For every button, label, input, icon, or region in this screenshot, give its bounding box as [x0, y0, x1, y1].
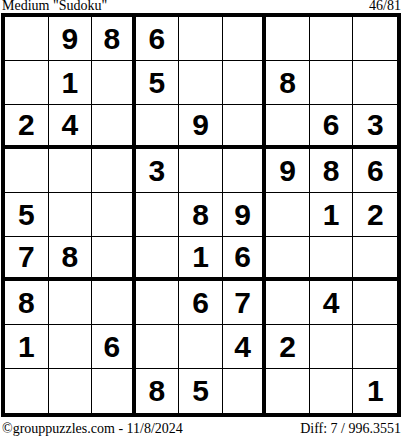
cell-r7c1: 8	[5, 281, 49, 325]
cell-r8c8[interactable]	[310, 325, 354, 369]
cell-r5c6: 9	[223, 193, 267, 237]
cell-r5c7[interactable]	[266, 193, 310, 237]
cell-r1c6[interactable]	[223, 17, 267, 61]
cell-r7c8: 4	[310, 281, 354, 325]
cell-r3c3[interactable]	[92, 105, 136, 149]
cell-r9c6[interactable]	[223, 369, 267, 413]
cell-r4c6[interactable]	[223, 149, 267, 193]
footer: ©grouppuzzles.com - 11/8/2024 Diff: 7 / …	[0, 421, 402, 436]
cell-r9c2[interactable]	[49, 369, 93, 413]
cell-r7c3[interactable]	[92, 281, 136, 325]
cell-r6c8[interactable]	[310, 237, 354, 281]
cell-r6c5: 1	[179, 237, 223, 281]
cell-r5c3[interactable]	[92, 193, 136, 237]
cell-r9c3[interactable]	[92, 369, 136, 413]
cell-r4c3[interactable]	[92, 149, 136, 193]
cell-r1c4: 6	[136, 17, 180, 61]
cell-r2c1[interactable]	[5, 61, 49, 105]
cell-r8c2[interactable]	[49, 325, 93, 369]
sudoku-page: Medium "Sudoku" 46/81 986158249633986589…	[0, 0, 402, 437]
cell-r8c6: 4	[223, 325, 267, 369]
cell-r4c5[interactable]	[179, 149, 223, 193]
cell-r9c5: 5	[179, 369, 223, 413]
cell-r8c9[interactable]	[353, 325, 397, 369]
cell-r2c7: 8	[266, 61, 310, 105]
cell-r8c5[interactable]	[179, 325, 223, 369]
cell-r1c9[interactable]	[353, 17, 397, 61]
cell-r2c3[interactable]	[92, 61, 136, 105]
cell-r5c8: 1	[310, 193, 354, 237]
cell-r2c5[interactable]	[179, 61, 223, 105]
sudoku-board: 98615824963398658912781686741642851	[1, 13, 401, 417]
cell-r2c8[interactable]	[310, 61, 354, 105]
cell-r4c9: 6	[353, 149, 397, 193]
cell-r4c1[interactable]	[5, 149, 49, 193]
cell-r7c4[interactable]	[136, 281, 180, 325]
cell-r6c6: 6	[223, 237, 267, 281]
cell-r8c7: 2	[266, 325, 310, 369]
cell-r7c6: 7	[223, 281, 267, 325]
cell-r2c2: 1	[49, 61, 93, 105]
cell-r7c7[interactable]	[266, 281, 310, 325]
cell-r6c4[interactable]	[136, 237, 180, 281]
copyright-date-text: ©grouppuzzles.com - 11/8/2024	[2, 421, 183, 436]
cell-r5c5: 8	[179, 193, 223, 237]
cell-r6c3[interactable]	[92, 237, 136, 281]
cell-r3c2: 4	[49, 105, 93, 149]
empty-cell-counter: 46/81	[369, 0, 401, 12]
cell-r3c1: 2	[5, 105, 49, 149]
cell-r4c8: 8	[310, 149, 354, 193]
cell-r1c8[interactable]	[310, 17, 354, 61]
cell-r1c5[interactable]	[179, 17, 223, 61]
cell-r3c7[interactable]	[266, 105, 310, 149]
cell-r5c1: 5	[5, 193, 49, 237]
cell-r3c9: 3	[353, 105, 397, 149]
header: Medium "Sudoku" 46/81	[0, 0, 402, 13]
puzzle-title: Medium "Sudoku"	[2, 0, 107, 12]
cell-r4c2[interactable]	[49, 149, 93, 193]
cell-r6c7[interactable]	[266, 237, 310, 281]
cell-r1c1[interactable]	[5, 17, 49, 61]
cell-r7c2[interactable]	[49, 281, 93, 325]
cell-r3c6[interactable]	[223, 105, 267, 149]
cell-r2c9[interactable]	[353, 61, 397, 105]
cell-r5c4[interactable]	[136, 193, 180, 237]
cell-r9c8[interactable]	[310, 369, 354, 413]
cell-r2c6[interactable]	[223, 61, 267, 105]
cell-r9c7[interactable]	[266, 369, 310, 413]
cell-r3c5: 9	[179, 105, 223, 149]
cell-r4c7: 9	[266, 149, 310, 193]
cell-r6c2: 8	[49, 237, 93, 281]
cell-r1c7[interactable]	[266, 17, 310, 61]
cell-r4c4: 3	[136, 149, 180, 193]
cell-r3c8: 6	[310, 105, 354, 149]
cell-r5c9: 2	[353, 193, 397, 237]
cell-r9c9: 1	[353, 369, 397, 413]
cell-r5c2[interactable]	[49, 193, 93, 237]
cell-r1c2: 9	[49, 17, 93, 61]
difficulty-text: Diff: 7 / 996.3551	[300, 421, 401, 436]
cell-r1c3: 8	[92, 17, 136, 61]
cell-r8c4[interactable]	[136, 325, 180, 369]
cell-r8c1: 1	[5, 325, 49, 369]
cell-r6c9[interactable]	[353, 237, 397, 281]
cell-r8c3: 6	[92, 325, 136, 369]
cell-r9c1[interactable]	[5, 369, 49, 413]
cell-r3c4[interactable]	[136, 105, 180, 149]
cell-r7c5: 6	[179, 281, 223, 325]
cell-r7c9[interactable]	[353, 281, 397, 325]
cell-r2c4: 5	[136, 61, 180, 105]
cell-r9c4: 8	[136, 369, 180, 413]
cell-r6c1: 7	[5, 237, 49, 281]
